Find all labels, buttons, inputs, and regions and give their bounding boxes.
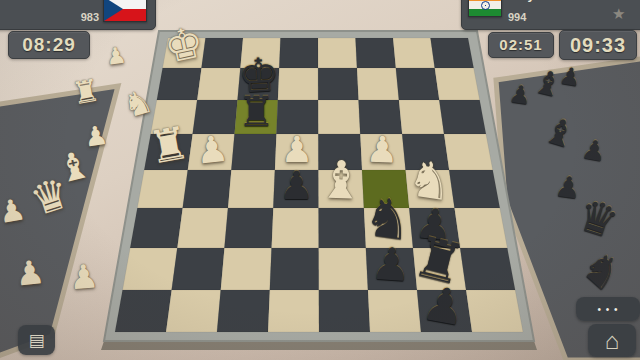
square-a4[interactable]	[268, 290, 319, 332]
captured-white-pawn-0: ♟	[104, 43, 127, 68]
square-a5[interactable]	[319, 290, 370, 332]
square-a2[interactable]	[166, 290, 221, 332]
square-a1[interactable]	[115, 290, 172, 332]
player-right-name: Player 001	[508, 0, 572, 2]
square-b5[interactable]	[319, 248, 368, 290]
square-g5[interactable]	[318, 68, 358, 100]
clock-right-move: 02:51	[488, 32, 554, 58]
square-d3[interactable]	[228, 170, 275, 208]
piece-white-bishop-d5[interactable]: ♝	[316, 154, 364, 208]
piece-white-rook-e1[interactable]: ♜	[145, 120, 193, 171]
square-e3[interactable]	[231, 134, 276, 170]
square-g6[interactable]	[357, 68, 399, 100]
square-c5[interactable]	[319, 208, 366, 248]
square-g2[interactable]	[197, 68, 240, 100]
square-h6[interactable]	[356, 38, 396, 68]
star-icon: ★	[612, 5, 625, 23]
captured-white-pawn-8: ♟	[68, 260, 100, 295]
menu-icon: ▤	[28, 330, 44, 351]
square-a3[interactable]	[217, 290, 270, 332]
square-c3[interactable]	[224, 208, 273, 248]
square-h4[interactable]	[279, 38, 318, 68]
square-f5[interactable]	[318, 100, 360, 134]
flag-czech-republic-icon	[103, 0, 147, 22]
square-c1[interactable]	[130, 208, 183, 248]
square-d8[interactable]	[449, 170, 500, 208]
more-options-button[interactable]: • • •	[576, 297, 640, 321]
player-left-rating: 983	[81, 11, 99, 23]
captured-white-rook-1: ♜	[70, 75, 102, 110]
clock-left-main: 08:29	[8, 31, 90, 59]
piece-black-rook-f3[interactable]: ♜	[238, 91, 275, 133]
square-c4[interactable]	[272, 208, 319, 248]
square-f7[interactable]	[399, 100, 444, 134]
captured-black-pawn-5: ♟	[553, 171, 582, 203]
piece-black-pawn-b6[interactable]: ♟	[369, 242, 412, 289]
player-bar-left: michalioscha 983	[0, 0, 156, 30]
player-left-name: michalioscha	[9, 0, 91, 2]
game-screen: ♚♚♜♜♟♟♟♝♞♟♞♟♟♜♟♟♜♞♟♝♛♟♟♟♟♝♟♝♟♟♛♞ michali…	[0, 0, 640, 360]
square-a6[interactable]	[368, 290, 421, 332]
square-c2[interactable]	[177, 208, 228, 248]
square-b2[interactable]	[172, 248, 225, 290]
square-b4[interactable]	[270, 248, 319, 290]
board-side-face	[101, 341, 537, 350]
captured-black-pawn-0: ♟	[507, 82, 532, 109]
flag-india-icon	[468, 0, 502, 17]
captured-black-pawn-4: ♟	[580, 135, 609, 166]
square-g7[interactable]	[396, 68, 439, 100]
piece-white-pawn-e6[interactable]: ♟	[366, 131, 400, 168]
square-d1[interactable]	[137, 170, 187, 208]
home-icon: ⌂	[605, 327, 620, 355]
square-h8[interactable]	[431, 38, 474, 68]
square-h5[interactable]	[318, 38, 357, 68]
square-f8[interactable]	[439, 100, 486, 134]
piece-white-pawn-e2[interactable]: ♟	[194, 130, 230, 169]
piece-black-pawn-d4[interactable]: ♟	[279, 167, 314, 206]
square-a8[interactable]	[466, 290, 523, 332]
captured-white-pawn-7: ♟	[14, 256, 47, 292]
square-g4[interactable]	[278, 68, 318, 100]
square-g1[interactable]	[157, 68, 202, 100]
square-b1[interactable]	[123, 248, 178, 290]
player-right-rating: 994	[508, 11, 526, 23]
captured-white-pawn-3: ♟	[82, 122, 109, 151]
clock-right-main: 09:33	[559, 30, 637, 60]
square-g8[interactable]	[435, 68, 480, 100]
square-b3[interactable]	[221, 248, 272, 290]
home-button[interactable]: ⌂	[588, 324, 636, 357]
captured-white-pawn-6: ♟	[0, 194, 28, 228]
piece-black-pawn-a7[interactable]: ♟	[419, 279, 469, 333]
square-d2[interactable]	[183, 170, 232, 208]
menu-button[interactable]: ▤	[18, 325, 55, 355]
square-h7[interactable]	[393, 38, 435, 68]
more-dots-icon: • • •	[597, 304, 618, 315]
